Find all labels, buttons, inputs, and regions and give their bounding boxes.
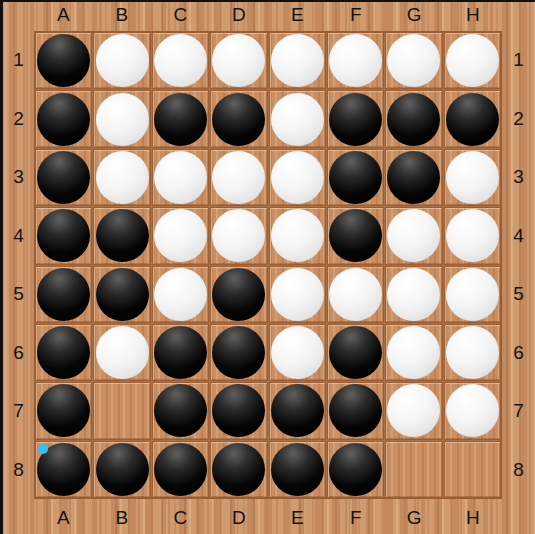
col-label-g-bottom: G — [385, 501, 444, 534]
black-disc-D5 — [212, 268, 265, 321]
white-disc-D1 — [212, 34, 265, 87]
cell-D6[interactable] — [211, 325, 266, 380]
black-disc-C8 — [154, 443, 207, 496]
cell-A3[interactable] — [36, 150, 91, 205]
white-disc-B6 — [96, 326, 149, 379]
cell-E3[interactable] — [270, 150, 325, 205]
cell-B3[interactable] — [94, 150, 149, 205]
black-disc-F3 — [329, 151, 382, 204]
black-disc-A2 — [37, 93, 90, 146]
col-label-e-top: E — [268, 0, 327, 29]
row-label-1-left: 1 — [3, 31, 34, 90]
black-disc-F2 — [329, 93, 382, 146]
cell-H1[interactable] — [445, 33, 500, 88]
cell-B5[interactable] — [94, 267, 149, 322]
cell-G2[interactable] — [386, 91, 441, 146]
black-disc-C2 — [154, 93, 207, 146]
cell-A7[interactable] — [36, 383, 91, 438]
cell-C5[interactable] — [153, 267, 208, 322]
white-disc-H1 — [446, 34, 499, 87]
cell-H8[interactable] — [445, 442, 500, 497]
black-disc-G3 — [387, 151, 440, 204]
white-disc-C4 — [154, 209, 207, 262]
white-disc-D4 — [212, 209, 265, 262]
cell-H2[interactable] — [445, 91, 500, 146]
cell-A1[interactable] — [36, 33, 91, 88]
white-disc-H6 — [446, 326, 499, 379]
col-label-d-top: D — [210, 0, 269, 29]
white-disc-E2 — [271, 93, 324, 146]
cell-D8[interactable] — [211, 442, 266, 497]
white-disc-E6 — [271, 326, 324, 379]
white-disc-E1 — [271, 34, 324, 87]
column-labels-top: A B C D E F G H — [34, 0, 502, 29]
row-label-4-left: 4 — [3, 207, 34, 266]
black-disc-B8 — [96, 443, 149, 496]
black-disc-G2 — [387, 93, 440, 146]
white-disc-B3 — [96, 151, 149, 204]
row-labels-left: 1 2 3 4 5 6 7 8 — [3, 31, 34, 499]
cell-G1[interactable] — [386, 33, 441, 88]
white-disc-C1 — [154, 34, 207, 87]
cell-C6[interactable] — [153, 325, 208, 380]
row-labels-right: 1 2 3 4 5 6 7 8 — [502, 31, 535, 499]
black-disc-D2 — [212, 93, 265, 146]
cell-G3[interactable] — [386, 150, 441, 205]
white-disc-F5 — [329, 268, 382, 321]
cell-A4[interactable] — [36, 208, 91, 263]
cell-D5[interactable] — [211, 267, 266, 322]
col-label-c-top: C — [151, 0, 210, 29]
cell-E4[interactable] — [270, 208, 325, 263]
row-label-3-left: 3 — [3, 148, 34, 207]
cell-E2[interactable] — [270, 91, 325, 146]
white-disc-E5 — [271, 268, 324, 321]
cell-D7[interactable] — [211, 383, 266, 438]
white-disc-D3 — [212, 151, 265, 204]
black-disc-A3 — [37, 151, 90, 204]
cell-G8[interactable] — [386, 442, 441, 497]
white-disc-G6 — [387, 326, 440, 379]
cell-C1[interactable] — [153, 33, 208, 88]
col-label-b-top: B — [93, 0, 152, 29]
row-label-1-right: 1 — [502, 31, 535, 90]
cell-H7[interactable] — [445, 383, 500, 438]
cell-C3[interactable] — [153, 150, 208, 205]
cell-D2[interactable] — [211, 91, 266, 146]
white-disc-C3 — [154, 151, 207, 204]
white-disc-B2 — [96, 93, 149, 146]
cell-B2[interactable] — [94, 91, 149, 146]
cell-F3[interactable] — [328, 150, 383, 205]
cell-F6[interactable] — [328, 325, 383, 380]
cell-A2[interactable] — [36, 91, 91, 146]
col-label-f-bottom: F — [327, 501, 386, 534]
cell-G4[interactable] — [386, 208, 441, 263]
col-label-f-top: F — [327, 0, 386, 29]
white-disc-G7 — [387, 384, 440, 437]
cell-D4[interactable] — [211, 208, 266, 263]
cell-F2[interactable] — [328, 91, 383, 146]
cell-G6[interactable] — [386, 325, 441, 380]
black-disc-A7 — [37, 384, 90, 437]
col-label-b-bottom: B — [93, 501, 152, 534]
row-label-5-left: 5 — [3, 265, 34, 324]
cell-G5[interactable] — [386, 267, 441, 322]
row-label-6-left: 6 — [3, 324, 34, 383]
last-move-marker — [38, 444, 48, 454]
cell-B8[interactable] — [94, 442, 149, 497]
col-label-e-bottom: E — [268, 501, 327, 534]
cell-F5[interactable] — [328, 267, 383, 322]
col-label-g-top: G — [385, 0, 444, 29]
black-disc-D8 — [212, 443, 265, 496]
cell-E1[interactable] — [270, 33, 325, 88]
row-label-5-right: 5 — [502, 265, 535, 324]
white-disc-B1 — [96, 34, 149, 87]
black-disc-D6 — [212, 326, 265, 379]
cell-H5[interactable] — [445, 267, 500, 322]
cell-B4[interactable] — [94, 208, 149, 263]
white-disc-H4 — [446, 209, 499, 262]
white-disc-G5 — [387, 268, 440, 321]
black-disc-C6 — [154, 326, 207, 379]
white-disc-E4 — [271, 209, 324, 262]
white-disc-E3 — [271, 151, 324, 204]
black-disc-B5 — [96, 268, 149, 321]
black-disc-E8 — [271, 443, 324, 496]
white-disc-G4 — [387, 209, 440, 262]
cell-F4[interactable] — [328, 208, 383, 263]
col-label-a-top: A — [34, 0, 93, 29]
othello-board — [34, 31, 502, 499]
cell-E8[interactable] — [270, 442, 325, 497]
black-disc-A5 — [37, 268, 90, 321]
row-label-8-left: 8 — [3, 441, 34, 500]
cell-H3[interactable] — [445, 150, 500, 205]
white-disc-G1 — [387, 34, 440, 87]
black-disc-F8 — [329, 443, 382, 496]
white-disc-F1 — [329, 34, 382, 87]
cell-G7[interactable] — [386, 383, 441, 438]
col-label-a-bottom: A — [34, 501, 93, 534]
cell-E7[interactable] — [270, 383, 325, 438]
cell-C8[interactable] — [153, 442, 208, 497]
black-disc-E7 — [271, 384, 324, 437]
black-disc-F6 — [329, 326, 382, 379]
black-disc-F4 — [329, 209, 382, 262]
row-label-2-left: 2 — [3, 90, 34, 149]
cell-F8[interactable] — [328, 442, 383, 497]
cell-C7[interactable] — [153, 383, 208, 438]
row-label-7-left: 7 — [3, 382, 34, 441]
black-disc-A6 — [37, 326, 90, 379]
black-disc-D7 — [212, 384, 265, 437]
cell-F7[interactable] — [328, 383, 383, 438]
cell-H6[interactable] — [445, 325, 500, 380]
black-disc-H2 — [446, 93, 499, 146]
cell-A5[interactable] — [36, 267, 91, 322]
col-label-d-bottom: D — [210, 501, 269, 534]
cell-B6[interactable] — [94, 325, 149, 380]
row-label-7-right: 7 — [502, 382, 535, 441]
col-label-h-top: H — [444, 0, 503, 29]
cell-B1[interactable] — [94, 33, 149, 88]
white-disc-H3 — [446, 151, 499, 204]
row-label-3-right: 3 — [502, 148, 535, 207]
black-disc-A1 — [37, 34, 90, 87]
cell-E6[interactable] — [270, 325, 325, 380]
black-disc-B4 — [96, 209, 149, 262]
row-label-2-right: 2 — [502, 90, 535, 149]
cell-D1[interactable] — [211, 33, 266, 88]
row-label-4-right: 4 — [502, 207, 535, 266]
cell-E5[interactable] — [270, 267, 325, 322]
white-disc-H5 — [446, 268, 499, 321]
black-disc-F7 — [329, 384, 382, 437]
cell-A6[interactable] — [36, 325, 91, 380]
cell-C2[interactable] — [153, 91, 208, 146]
black-disc-A4 — [37, 209, 90, 262]
cell-A8[interactable] — [36, 442, 91, 497]
column-labels-bottom: A B C D E F G H — [34, 501, 502, 534]
cell-H4[interactable] — [445, 208, 500, 263]
black-disc-C7 — [154, 384, 207, 437]
cell-C4[interactable] — [153, 208, 208, 263]
white-disc-C5 — [154, 268, 207, 321]
cell-D3[interactable] — [211, 150, 266, 205]
col-label-h-bottom: H — [444, 501, 503, 534]
cell-B7[interactable] — [94, 383, 149, 438]
row-label-6-right: 6 — [502, 324, 535, 383]
cell-F1[interactable] — [328, 33, 383, 88]
white-disc-H7 — [446, 384, 499, 437]
col-label-c-bottom: C — [151, 501, 210, 534]
row-label-8-right: 8 — [502, 441, 535, 500]
